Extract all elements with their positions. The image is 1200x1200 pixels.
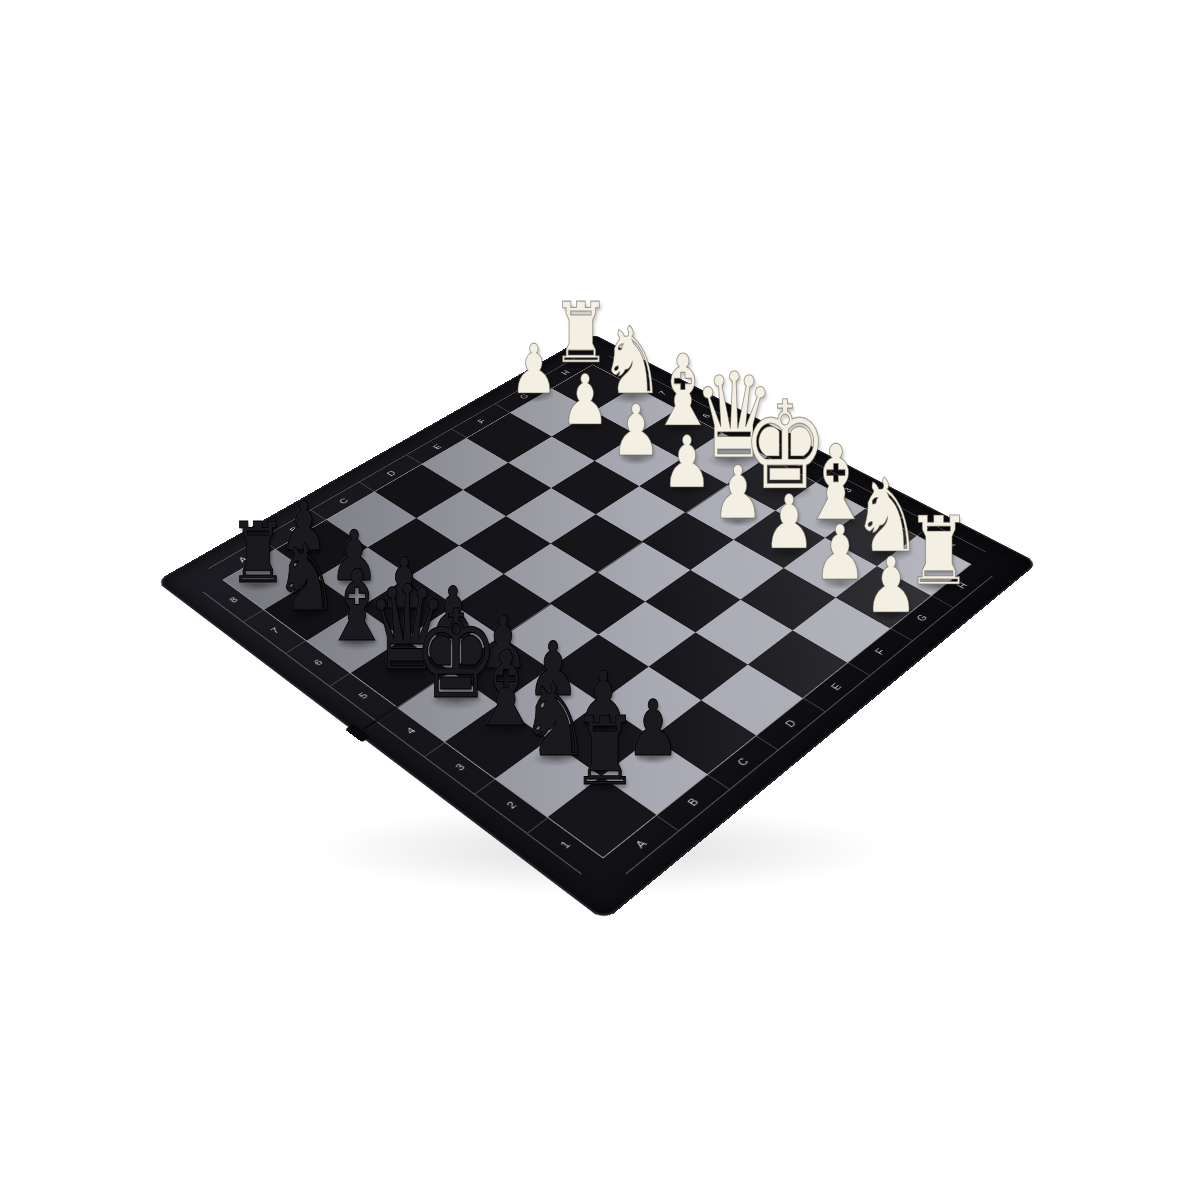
piece-white-pawn: ♟	[864, 546, 918, 623]
piece-white-pawn: ♟	[662, 426, 712, 498]
piece-white-pawn: ♟	[511, 336, 559, 404]
pieces-layer: ♜♞♝♛♚♝♞♜♟♟♟♟♟♟♟♟♜♞♝♛♚♝♞♜♟♟♟♟♟♟♟♟	[0, 0, 1200, 1200]
piece-white-pawn: ♟	[561, 366, 610, 436]
scene: ABCDEFGH ABCDEFGH 87654321 87654321 ♜♞♝♛…	[0, 0, 1200, 1200]
piece-white-pawn: ♟	[612, 396, 662, 467]
piece-white-pawn: ♟	[813, 516, 866, 592]
piece-black-rook: ♜	[572, 704, 638, 798]
piece-white-pawn: ♟	[763, 486, 815, 561]
piece-white-pawn: ♟	[712, 456, 763, 529]
